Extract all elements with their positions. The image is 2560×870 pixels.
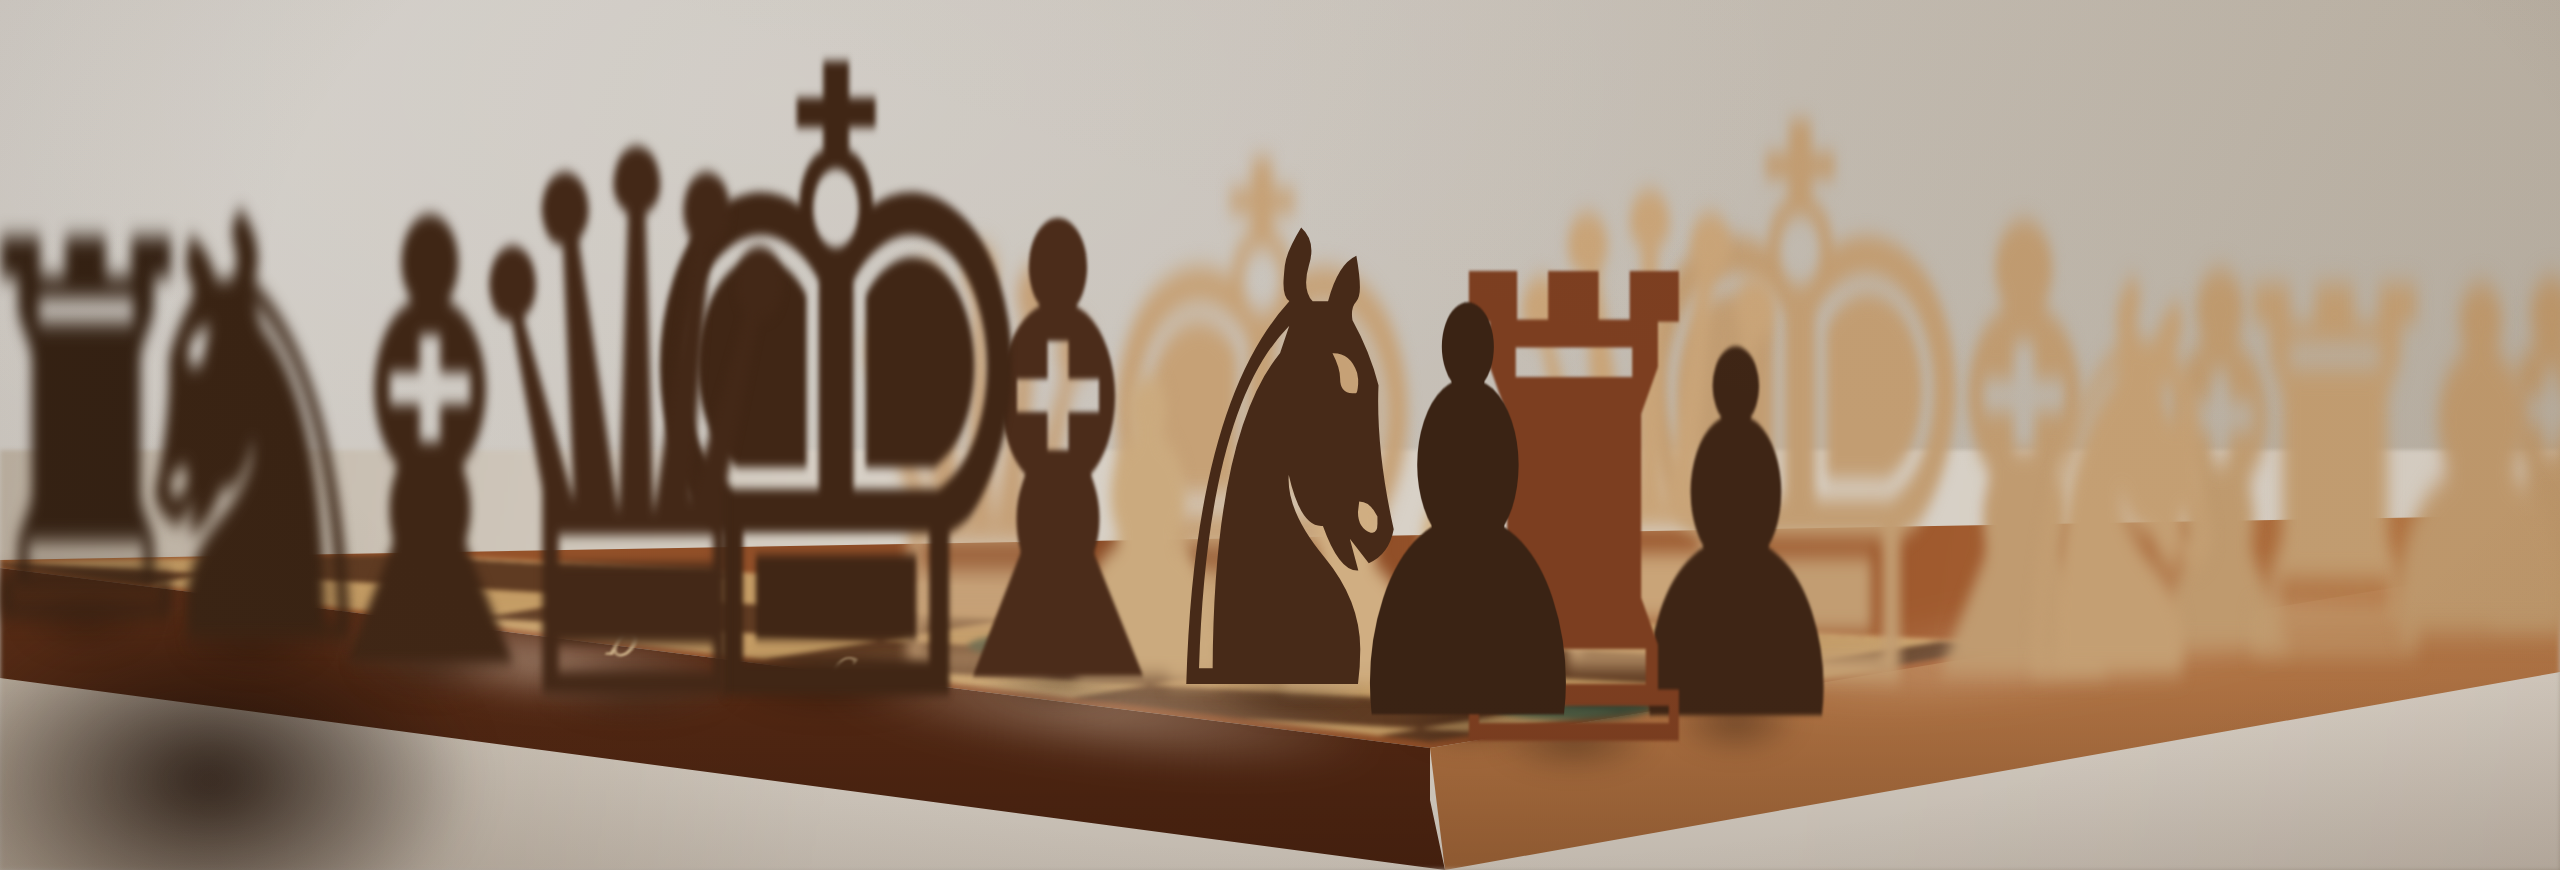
piece-black-rook: ♜ bbox=[0, 176, 221, 696]
piece-white-knight: ♞ bbox=[1981, 213, 2264, 757]
piece-layer: ♜♞♝♛♚♝♞♟♜♟♛♟♚♟♟♛♚♝♞♝♜♟♝ bbox=[0, 0, 2560, 870]
piece-white-pawn: ♟ bbox=[2357, 228, 2560, 706]
chess-photo-scene: b c ♜♞♝♛♚♝♞♟♜♟♛♟♚♟♟♛♚♝♞♝♜♟♝ bbox=[0, 0, 2560, 870]
